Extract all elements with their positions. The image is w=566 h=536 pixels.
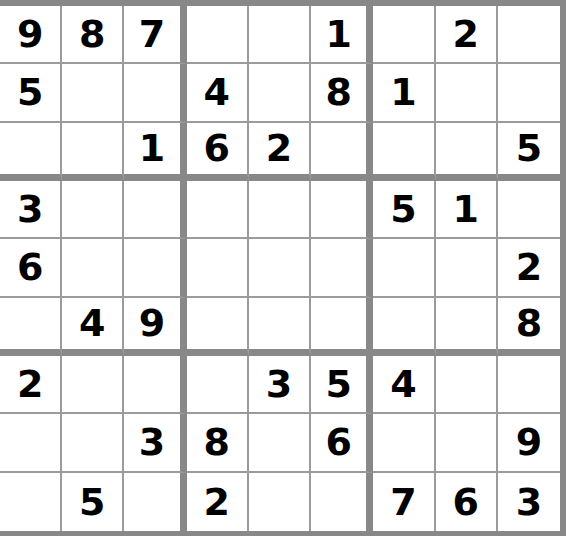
cell-r6c8[interactable]: [436, 298, 498, 356]
cell-r6c2[interactable]: 4: [62, 298, 124, 356]
cell-r3c7[interactable]: [373, 123, 435, 181]
cell-r9c5[interactable]: [249, 473, 311, 531]
cell-r4c8[interactable]: 1: [436, 181, 498, 239]
cell-r3c9[interactable]: 5: [498, 123, 560, 181]
cell-r8c1[interactable]: [0, 414, 62, 472]
cell-r2c4[interactable]: 4: [187, 64, 249, 122]
cell-r4c6[interactable]: [311, 181, 373, 239]
cell-r8c6[interactable]: 6: [311, 414, 373, 472]
cell-r9c3[interactable]: [124, 473, 186, 531]
cell-r4c1[interactable]: 3: [0, 181, 62, 239]
cell-r2c7[interactable]: 1: [373, 64, 435, 122]
cell-r4c3[interactable]: [124, 181, 186, 239]
cell-r6c1[interactable]: [0, 298, 62, 356]
cell-r5c3[interactable]: [124, 239, 186, 297]
cell-r8c8[interactable]: [436, 414, 498, 472]
cell-r7c5[interactable]: 3: [249, 356, 311, 414]
cell-r6c7[interactable]: [373, 298, 435, 356]
cell-r4c5[interactable]: [249, 181, 311, 239]
cell-r8c7[interactable]: [373, 414, 435, 472]
cell-r7c4[interactable]: [187, 356, 249, 414]
cell-r5c7[interactable]: [373, 239, 435, 297]
cell-r2c6[interactable]: 8: [311, 64, 373, 122]
cell-r1c1[interactable]: 9: [0, 6, 62, 64]
cell-r9c6[interactable]: [311, 473, 373, 531]
cell-r8c3[interactable]: 3: [124, 414, 186, 472]
cell-r6c5[interactable]: [249, 298, 311, 356]
cell-r3c4[interactable]: 6: [187, 123, 249, 181]
cell-r9c7[interactable]: 7: [373, 473, 435, 531]
cell-r2c3[interactable]: [124, 64, 186, 122]
cell-r1c9[interactable]: [498, 6, 560, 64]
cell-r2c8[interactable]: [436, 64, 498, 122]
cell-r5c2[interactable]: [62, 239, 124, 297]
cell-r3c6[interactable]: [311, 123, 373, 181]
cell-r6c9[interactable]: 8: [498, 298, 560, 356]
cell-r1c8[interactable]: 2: [436, 6, 498, 64]
cell-r2c5[interactable]: [249, 64, 311, 122]
sudoku-board: 9871254811625351624982354386952763: [0, 0, 566, 536]
cell-r4c4[interactable]: [187, 181, 249, 239]
cell-r5c6[interactable]: [311, 239, 373, 297]
cell-r5c1[interactable]: 6: [0, 239, 62, 297]
cell-r7c3[interactable]: [124, 356, 186, 414]
cell-r8c5[interactable]: [249, 414, 311, 472]
cell-r2c2[interactable]: [62, 64, 124, 122]
cell-r7c8[interactable]: [436, 356, 498, 414]
cell-r1c7[interactable]: [373, 6, 435, 64]
cell-r7c6[interactable]: 5: [311, 356, 373, 414]
cell-r5c4[interactable]: [187, 239, 249, 297]
cell-r9c4[interactable]: 2: [187, 473, 249, 531]
cell-r6c4[interactable]: [187, 298, 249, 356]
cell-r3c8[interactable]: [436, 123, 498, 181]
cell-r1c2[interactable]: 8: [62, 6, 124, 64]
cell-r5c8[interactable]: [436, 239, 498, 297]
cell-r1c6[interactable]: 1: [311, 6, 373, 64]
cell-r8c2[interactable]: [62, 414, 124, 472]
cell-r9c9[interactable]: 3: [498, 473, 560, 531]
cell-r4c2[interactable]: [62, 181, 124, 239]
cell-r1c4[interactable]: [187, 6, 249, 64]
cell-r3c3[interactable]: 1: [124, 123, 186, 181]
cell-r8c4[interactable]: 8: [187, 414, 249, 472]
cell-r8c9[interactable]: 9: [498, 414, 560, 472]
cell-r9c8[interactable]: 6: [436, 473, 498, 531]
cell-r7c9[interactable]: [498, 356, 560, 414]
cell-r9c2[interactable]: 5: [62, 473, 124, 531]
cell-r6c6[interactable]: [311, 298, 373, 356]
page: { "game": "sudoku", "position": "9870010…: [0, 0, 566, 536]
cell-r7c7[interactable]: 4: [373, 356, 435, 414]
cell-r2c1[interactable]: 5: [0, 64, 62, 122]
cell-r1c3[interactable]: 7: [124, 6, 186, 64]
cell-r1c5[interactable]: [249, 6, 311, 64]
cell-r3c5[interactable]: 2: [249, 123, 311, 181]
cell-r4c9[interactable]: [498, 181, 560, 239]
cell-r5c9[interactable]: 2: [498, 239, 560, 297]
cell-r7c1[interactable]: 2: [0, 356, 62, 414]
cell-r9c1[interactable]: [0, 473, 62, 531]
cell-r4c7[interactable]: 5: [373, 181, 435, 239]
cell-r2c9[interactable]: [498, 64, 560, 122]
cell-r6c3[interactable]: 9: [124, 298, 186, 356]
cell-r5c5[interactable]: [249, 239, 311, 297]
cell-r3c2[interactable]: [62, 123, 124, 181]
cell-r7c2[interactable]: [62, 356, 124, 414]
cell-r3c1[interactable]: [0, 123, 62, 181]
